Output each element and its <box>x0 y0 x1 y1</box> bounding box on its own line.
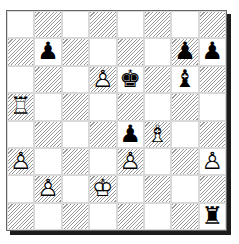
white-pawn-fill-glyph: ♟ <box>199 148 226 175</box>
black-bishop-g6-piece[interactable]: ♝ <box>171 66 198 93</box>
white-pawn-outline-glyph: ♙ <box>199 148 226 175</box>
square-b5[interactable] <box>34 93 61 120</box>
square-a4[interactable] <box>7 121 34 148</box>
square-c4[interactable] <box>62 121 89 148</box>
square-e6[interactable]: ♚ <box>117 66 144 93</box>
square-h4[interactable] <box>199 121 226 148</box>
white-pawn-fill-glyph: ♟ <box>7 148 34 175</box>
square-g1[interactable] <box>171 203 198 230</box>
black-king-e6-piece[interactable]: ♚ <box>117 66 144 93</box>
square-d5[interactable] <box>89 93 116 120</box>
square-h7[interactable]: ♟ <box>199 38 226 65</box>
square-h3[interactable]: ♟♙ <box>199 148 226 175</box>
square-f3[interactable] <box>144 148 171 175</box>
square-h1[interactable]: ♜ <box>199 203 226 230</box>
square-d4[interactable] <box>89 121 116 148</box>
square-g2[interactable] <box>171 175 198 202</box>
square-f2[interactable] <box>144 175 171 202</box>
black-rook-glyph: ♜ <box>199 203 226 230</box>
square-d8[interactable] <box>89 11 116 38</box>
black-bishop-glyph: ♝ <box>171 66 198 93</box>
square-f8[interactable] <box>144 11 171 38</box>
square-b8[interactable] <box>34 11 61 38</box>
square-e3[interactable]: ♟♙ <box>117 148 144 175</box>
square-a6[interactable] <box>7 66 34 93</box>
square-a3[interactable]: ♟♙ <box>7 148 34 175</box>
square-a5[interactable]: ♜♖ <box>7 93 34 120</box>
square-e5[interactable] <box>117 93 144 120</box>
square-h2[interactable] <box>199 175 226 202</box>
white-king-outline-glyph: ♔ <box>89 175 116 202</box>
black-pawn-g7-piece[interactable]: ♟ <box>171 38 198 65</box>
white-rook-outline-glyph: ♖ <box>7 93 34 120</box>
square-f7[interactable] <box>144 38 171 65</box>
square-f1[interactable] <box>144 203 171 230</box>
black-rook-h1-piece[interactable]: ♜ <box>199 203 226 230</box>
white-king-d2-piece[interactable]: ♚♔ <box>89 175 116 202</box>
black-king-glyph: ♚ <box>117 66 144 93</box>
white-pawn-h3-piece[interactable]: ♟♙ <box>199 148 226 175</box>
square-c5[interactable] <box>62 93 89 120</box>
white-pawn-e3-piece[interactable]: ♟♙ <box>117 148 144 175</box>
square-g6[interactable]: ♝ <box>171 66 198 93</box>
square-f6[interactable] <box>144 66 171 93</box>
square-b4[interactable] <box>34 121 61 148</box>
square-a2[interactable] <box>7 175 34 202</box>
square-h6[interactable] <box>199 66 226 93</box>
square-d3[interactable] <box>89 148 116 175</box>
square-c1[interactable] <box>62 203 89 230</box>
white-pawn-fill-glyph: ♟ <box>34 175 61 202</box>
square-d6[interactable]: ♟♙ <box>89 66 116 93</box>
white-bishop-f4-piece[interactable]: ♝♗ <box>144 121 171 148</box>
square-e1[interactable] <box>117 203 144 230</box>
white-pawn-outline-glyph: ♙ <box>34 175 61 202</box>
square-e4[interactable]: ♟ <box>117 121 144 148</box>
white-bishop-fill-glyph: ♝ <box>144 121 171 148</box>
square-g8[interactable] <box>171 11 198 38</box>
square-b2[interactable]: ♟♙ <box>34 175 61 202</box>
chess-board: ♟♟♟♟♙♚♝♜♖♟♝♗♟♙♟♙♟♙♟♙♚♔♜ <box>7 11 226 230</box>
white-pawn-outline-glyph: ♙ <box>7 148 34 175</box>
square-f5[interactable] <box>144 93 171 120</box>
square-g7[interactable]: ♟ <box>171 38 198 65</box>
square-b3[interactable] <box>34 148 61 175</box>
square-h8[interactable] <box>199 11 226 38</box>
black-pawn-glyph: ♟ <box>199 38 226 65</box>
square-c3[interactable] <box>62 148 89 175</box>
square-a8[interactable] <box>7 11 34 38</box>
square-g4[interactable] <box>171 121 198 148</box>
square-e8[interactable] <box>117 11 144 38</box>
white-rook-fill-glyph: ♜ <box>7 93 34 120</box>
square-e2[interactable] <box>117 175 144 202</box>
square-c7[interactable] <box>62 38 89 65</box>
square-c2[interactable] <box>62 175 89 202</box>
white-rook-a5-piece[interactable]: ♜♖ <box>7 93 34 120</box>
white-pawn-a3-piece[interactable]: ♟♙ <box>7 148 34 175</box>
black-pawn-h7-piece[interactable]: ♟ <box>199 38 226 65</box>
square-d2[interactable]: ♚♔ <box>89 175 116 202</box>
square-f4[interactable]: ♝♗ <box>144 121 171 148</box>
white-bishop-outline-glyph: ♗ <box>144 121 171 148</box>
white-pawn-fill-glyph: ♟ <box>117 148 144 175</box>
chess-diagram: ♟♟♟♟♙♚♝♜♖♟♝♗♟♙♟♙♟♙♟♙♚♔♜ <box>6 10 227 231</box>
square-a1[interactable] <box>7 203 34 230</box>
square-g5[interactable] <box>171 93 198 120</box>
black-pawn-glyph: ♟ <box>171 38 198 65</box>
square-d7[interactable] <box>89 38 116 65</box>
black-pawn-e4-piece[interactable]: ♟ <box>117 121 144 148</box>
black-pawn-glyph: ♟ <box>34 38 61 65</box>
square-c8[interactable] <box>62 11 89 38</box>
white-pawn-b2-piece[interactable]: ♟♙ <box>34 175 61 202</box>
black-pawn-glyph: ♟ <box>117 121 144 148</box>
square-b6[interactable] <box>34 66 61 93</box>
square-d1[interactable] <box>89 203 116 230</box>
white-king-fill-glyph: ♚ <box>89 175 116 202</box>
white-pawn-outline-glyph: ♙ <box>117 148 144 175</box>
square-h5[interactable] <box>199 93 226 120</box>
square-b1[interactable] <box>34 203 61 230</box>
white-pawn-outline-glyph: ♙ <box>89 66 116 93</box>
square-a7[interactable] <box>7 38 34 65</box>
square-b7[interactable]: ♟ <box>34 38 61 65</box>
white-pawn-d6-piece[interactable]: ♟♙ <box>89 66 116 93</box>
square-e7[interactable] <box>117 38 144 65</box>
square-g3[interactable] <box>171 148 198 175</box>
white-pawn-fill-glyph: ♟ <box>89 66 116 93</box>
black-pawn-b7-piece[interactable]: ♟ <box>34 38 61 65</box>
square-c6[interactable] <box>62 66 89 93</box>
